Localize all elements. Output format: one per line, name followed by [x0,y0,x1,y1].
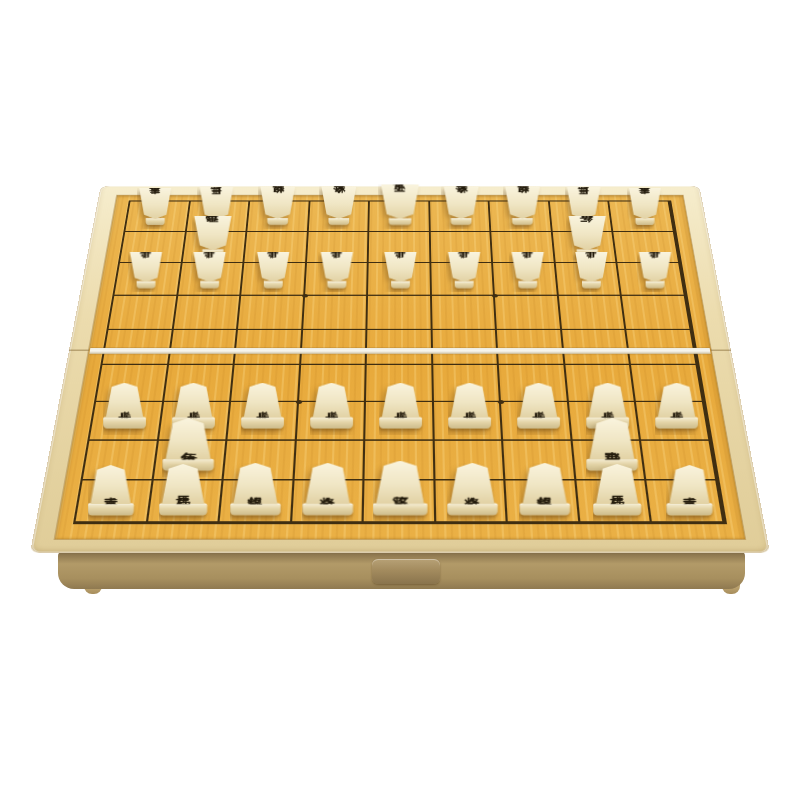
piece-edge [666,503,712,515]
square-4i[interactable]: 金将 [435,479,509,524]
square-2i[interactable]: 桂馬 [577,479,654,524]
hinge-seam-right-icon [710,349,731,351]
piece-face: 飛車 [586,418,637,460]
piece-edge [88,503,134,515]
piece-edge [302,503,352,515]
piece-bishop-sente[interactable]: 角行 [162,418,213,470]
piece-king-sente[interactable]: 王将 [373,461,428,516]
square-3g[interactable]: 歩兵 [502,399,573,437]
piece-edge [655,417,698,429]
piece-face: 角行 [162,418,213,460]
piece-pawn-sente[interactable]: 歩兵 [448,383,491,429]
piece-face: 金将 [447,463,497,505]
piece-face: 歩兵 [103,383,146,419]
piece-face: 香車 [666,465,712,504]
piece-edge [103,417,146,429]
piece-edge [241,417,284,429]
piece-face: 歩兵 [310,383,353,419]
square-9g[interactable]: 歩兵 [88,399,162,437]
piece-face: 歩兵 [655,383,698,419]
piece-face: 歩兵 [379,383,422,419]
piece-knight-sente[interactable]: 桂馬 [593,464,641,516]
piece-pawn-sente[interactable]: 歩兵 [310,383,353,429]
piece-edge [517,417,560,429]
piece-edge [373,503,428,515]
board-scene: 香車桂馬銀将金将玉将金将銀将桂馬香車飛車角行歩兵歩兵歩兵歩兵歩兵歩兵歩兵歩兵歩兵… [0,0,800,800]
hinge-seam-left-icon [69,349,90,351]
square-6g[interactable]: 歩兵 [296,399,366,437]
square-9i[interactable]: 香車 [73,479,152,524]
hoshi-dot [492,294,498,297]
shogi-board: 香車桂馬銀将金将玉将金将銀将桂馬香車飛車角行歩兵歩兵歩兵歩兵歩兵歩兵歩兵歩兵歩兵… [30,186,770,553]
piece-pawn-sente[interactable]: 歩兵 [241,383,284,429]
square-1i[interactable]: 香車 [648,479,727,524]
piece-silver-sente[interactable]: 銀将 [230,463,280,516]
piece-edge [310,417,353,429]
piece-lance-sente[interactable]: 香車 [88,465,134,515]
hoshi-dot [302,294,308,297]
piece-edge [448,417,491,429]
shogi-set-photo: 香車桂馬銀将金将玉将金将銀将桂馬香車飛車角行歩兵歩兵歩兵歩兵歩兵歩兵歩兵歩兵歩兵… [0,0,800,800]
piece-edge [379,417,422,429]
piece-gold-sente[interactable]: 金将 [302,463,352,516]
square-5i[interactable]: 王将 [364,479,437,524]
square-7g[interactable]: 歩兵 [227,399,298,437]
piece-edge [519,503,569,515]
piece-face: 歩兵 [241,383,284,419]
square-3i[interactable]: 銀将 [506,479,581,524]
piece-gold-sente[interactable]: 金将 [447,463,497,516]
piece-face: 歩兵 [448,383,491,419]
piece-knight-sente[interactable]: 桂馬 [159,464,207,516]
piece-edge [447,503,497,515]
square-6i[interactable]: 金将 [291,479,365,524]
piece-pawn-sente[interactable]: 歩兵 [517,383,560,429]
square-4g[interactable]: 歩兵 [434,399,504,437]
piece-face: 銀将 [519,463,569,505]
piece-face: 桂馬 [593,464,641,505]
piece-face: 桂馬 [159,464,207,505]
piece-pawn-sente[interactable]: 歩兵 [103,383,146,429]
square-5g[interactable]: 歩兵 [365,399,434,437]
piece-pawn-sente[interactable]: 歩兵 [379,383,422,429]
piece-lance-sente[interactable]: 香車 [666,465,712,515]
piece-edge [159,503,207,515]
piece-face: 金将 [302,463,352,505]
piece-face: 銀将 [230,463,280,505]
square-7i[interactable]: 銀将 [218,479,293,524]
piece-edge [593,503,641,515]
piece-face: 歩兵 [517,383,560,419]
piece-rook-sente[interactable]: 飛車 [586,418,637,470]
piece-face: 王将 [373,461,428,505]
square-8i[interactable]: 桂馬 [146,479,223,524]
piece-face: 歩兵 [586,383,629,419]
piece-edge [230,503,280,515]
piece-face: 香車 [88,465,134,504]
square-1g[interactable]: 歩兵 [638,399,712,437]
piece-silver-sente[interactable]: 銀将 [519,463,569,516]
piece-pawn-sente[interactable]: 歩兵 [655,383,698,429]
piece-face: 歩兵 [172,383,215,419]
